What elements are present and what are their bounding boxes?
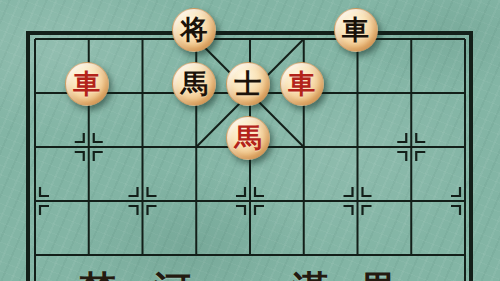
river-text-chu: 楚	[78, 271, 116, 281]
piece-black-advisor[interactable]: 士	[226, 62, 270, 106]
piece-red-horse[interactable]: 馬	[226, 116, 270, 160]
piece-black-horse[interactable]: 馬	[172, 62, 216, 106]
piece-red-chariot-left[interactable]: 車	[65, 62, 109, 106]
piece-glyph: 車	[288, 70, 315, 97]
river-text-han: 漢	[291, 271, 329, 281]
piece-glyph: 馬	[235, 124, 262, 151]
piece-glyph: 車	[342, 16, 369, 43]
river-text-he: 河	[153, 271, 191, 281]
piece-black-chariot[interactable]: 車	[334, 8, 378, 52]
xiangqi-board-area[interactable]: 楚 河 漢 界 将車車馬士車馬	[0, 0, 500, 281]
piece-glyph: 将	[181, 16, 208, 43]
piece-red-chariot-right[interactable]: 車	[280, 62, 324, 106]
piece-black-general[interactable]: 将	[172, 8, 216, 52]
piece-glyph: 車	[73, 70, 100, 97]
river-text-jie: 界	[359, 271, 397, 281]
piece-glyph: 士	[235, 70, 262, 97]
piece-glyph: 馬	[181, 70, 208, 97]
